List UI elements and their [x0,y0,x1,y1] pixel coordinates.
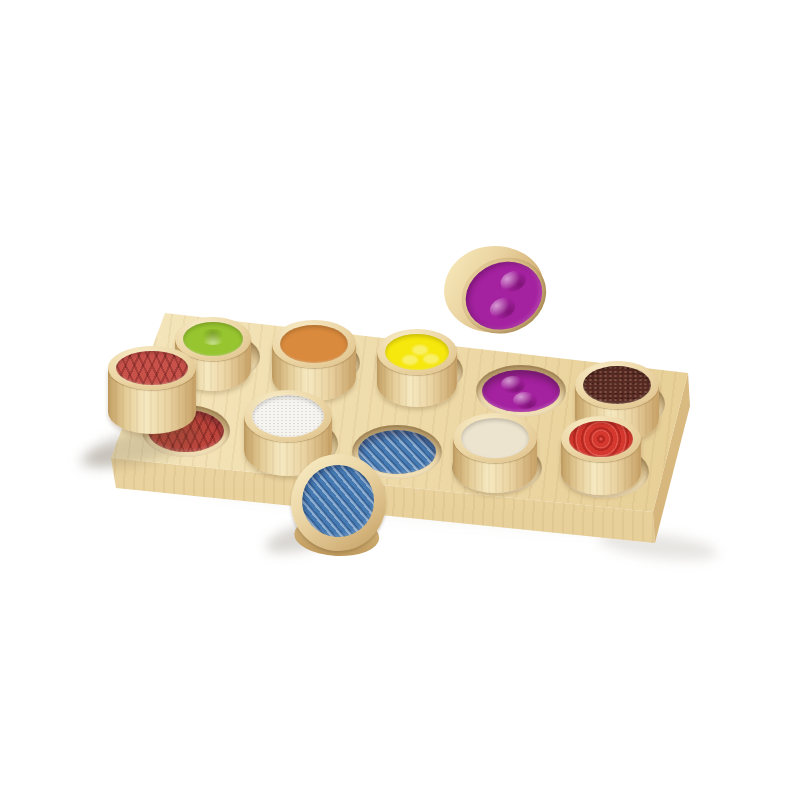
block-cream-rim [453,413,537,463]
block-brown-rim [575,361,659,409]
block-white-rim [244,390,332,442]
block-yellow-face [385,334,449,370]
block-blue-ridges[interactable] [289,452,389,554]
purple-bump [513,392,537,409]
green-dimple [200,329,226,345]
block-brown-face [583,366,651,404]
plate-purple-bumps[interactable] [482,370,560,412]
purple-bump [501,376,525,393]
block-yellow-rim [377,329,457,375]
recess-r1c4[interactable] [476,365,566,417]
block-orange-rim [272,320,356,368]
block-red-spiral-rim [561,416,641,462]
block-red-zigzag-rim [108,346,196,390]
yellow-dimple [412,345,428,355]
purple-bump [487,294,519,322]
purple-bump [497,267,529,295]
block-purple-bumps[interactable] [438,239,549,339]
block-red-spiral-face [569,421,633,457]
block-orange-face [280,325,348,363]
block-green-face [183,322,243,356]
yellow-dimple [423,354,439,364]
block-red-zigzag-face [116,351,188,385]
yellow-dimple [402,355,418,365]
block-cream-face [461,418,529,458]
block-white-face [252,395,324,437]
product-photo-scene [0,0,800,800]
